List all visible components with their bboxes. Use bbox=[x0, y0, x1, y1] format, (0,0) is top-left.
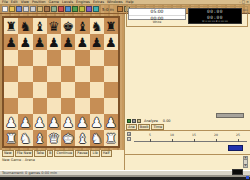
tick-label: 10 bbox=[170, 134, 174, 138]
level-label: 5:0 m bbox=[102, 7, 114, 12]
tick-mark bbox=[150, 139, 151, 142]
scroll-up-icon[interactable]: ▲ bbox=[244, 157, 247, 160]
square-h5[interactable] bbox=[104, 66, 118, 82]
button-take[interactable]: Take bbox=[34, 150, 46, 157]
square-d7[interactable]: ♟ bbox=[47, 34, 61, 50]
white-pawn: ♟ bbox=[5, 116, 17, 129]
menu-extras[interactable]: Extras bbox=[93, 0, 104, 4]
square-h6[interactable] bbox=[104, 50, 118, 66]
square-e3[interactable] bbox=[61, 98, 75, 114]
splitter-handle[interactable] bbox=[216, 113, 244, 118]
square-b4[interactable] bbox=[18, 82, 32, 98]
white-pawn: ♟ bbox=[77, 116, 89, 129]
black-knight: ♞ bbox=[20, 20, 32, 33]
white-rook: ♜ bbox=[5, 132, 17, 145]
graph-zoom-in-button[interactable]: + bbox=[127, 132, 131, 136]
black-pawn: ♟ bbox=[91, 36, 103, 49]
square-e5[interactable] bbox=[61, 66, 75, 82]
engine-stop-icon[interactable] bbox=[132, 119, 136, 123]
square-b3[interactable] bbox=[18, 98, 32, 114]
square-a7[interactable]: ♟ bbox=[4, 34, 18, 50]
square-d1[interactable]: ♛ bbox=[47, 130, 61, 146]
black-rook: ♜ bbox=[5, 20, 17, 33]
black-pawn: ♟ bbox=[48, 36, 60, 49]
square-d4[interactable] bbox=[47, 82, 61, 98]
menu-game[interactable]: Game bbox=[49, 0, 59, 4]
white-bishop: ♝ bbox=[77, 132, 89, 145]
square-f2[interactable]: ♟ bbox=[75, 114, 89, 130]
black-pawn: ♟ bbox=[77, 36, 89, 49]
square-e2[interactable]: ♟ bbox=[61, 114, 75, 130]
square-g6[interactable] bbox=[90, 50, 104, 66]
square-f5[interactable] bbox=[75, 66, 89, 82]
square-g1[interactable]: ♞ bbox=[90, 130, 104, 146]
clock-side-notes: Edit timeArena bbox=[243, 9, 249, 15]
board-frame: ♜♞♝♛♚♝♞♜♟♟♟♟♟♟♟♟♟♟♟♟♟♟♟♟♜♞♝♛♚♝♞♜ bbox=[2, 16, 120, 148]
move-now-icon[interactable] bbox=[58, 6, 64, 12]
tick-label: 15 bbox=[192, 134, 196, 138]
white-pawn: ♟ bbox=[105, 116, 117, 129]
square-e7[interactable]: ♟ bbox=[61, 34, 75, 50]
white-bishop: ♝ bbox=[34, 132, 46, 145]
tick-mark bbox=[238, 139, 239, 142]
square-d2[interactable]: ♟ bbox=[47, 114, 61, 130]
square-g7[interactable]: ♟ bbox=[90, 34, 104, 50]
black-pawn: ♟ bbox=[105, 36, 117, 49]
white-pawn: ♟ bbox=[62, 116, 74, 129]
square-h8[interactable]: ♜ bbox=[104, 18, 118, 34]
square-h1[interactable]: ♜ bbox=[104, 130, 118, 146]
engines-icon[interactable] bbox=[86, 6, 92, 12]
maximize-button[interactable]: □ bbox=[242, 0, 245, 4]
black-pawn: ♟ bbox=[34, 36, 46, 49]
scroll-down-icon[interactable]: ▼ bbox=[244, 164, 247, 167]
square-f8[interactable]: ♝ bbox=[75, 18, 89, 34]
black-pawn: ♟ bbox=[20, 36, 32, 49]
square-b6[interactable] bbox=[18, 50, 32, 66]
black-queen: ♛ bbox=[48, 20, 60, 33]
square-a5[interactable] bbox=[4, 66, 18, 82]
button-b[interactable]: B bbox=[47, 150, 53, 157]
black-clock: 00:00 00:00 W 0:00:00 B 0:00:00 bbox=[188, 8, 242, 24]
new-game-icon[interactable] bbox=[2, 6, 8, 12]
black-pawn: ♟ bbox=[5, 36, 17, 49]
square-b1[interactable]: ♞ bbox=[18, 130, 32, 146]
status-blue-indicator bbox=[246, 176, 249, 179]
square-d5[interactable] bbox=[47, 66, 61, 82]
button-file-new[interactable]: File New bbox=[15, 150, 34, 157]
white-king: ♚ bbox=[62, 132, 74, 145]
tick-label: 5 bbox=[149, 134, 151, 138]
engine-scrollbar[interactable]: ▲ ▼ bbox=[243, 156, 248, 168]
pause-icon[interactable] bbox=[79, 6, 85, 12]
white-pawn: ♟ bbox=[91, 116, 103, 129]
square-e4[interactable] bbox=[61, 82, 75, 98]
square-b2[interactable]: ♟ bbox=[18, 114, 32, 130]
button-pause[interactable]: Pause bbox=[75, 150, 89, 157]
menu-file[interactable]: File bbox=[2, 0, 8, 4]
square-b8[interactable]: ♞ bbox=[18, 18, 32, 34]
menu-levels[interactable]: Levels bbox=[62, 0, 73, 4]
menu-engines[interactable]: Engines bbox=[76, 0, 90, 4]
square-e8[interactable]: ♚ bbox=[61, 18, 75, 34]
square-a8[interactable]: ♜ bbox=[4, 18, 18, 34]
square-g8[interactable]: ♞ bbox=[90, 18, 104, 34]
square-f6[interactable] bbox=[75, 50, 89, 66]
square-e1[interactable]: ♚ bbox=[61, 130, 75, 146]
setup-position-icon[interactable] bbox=[51, 6, 57, 12]
chess-gui-window: FileEditViewPositionGameLevelsEnginesExt… bbox=[0, 0, 250, 180]
square-c4[interactable] bbox=[33, 82, 47, 98]
board-button-bar: NewFile NewTakeBContinuePauseLibHalf bbox=[2, 150, 112, 157]
menu-windows[interactable]: Windows bbox=[107, 0, 123, 4]
analyze-icon[interactable] bbox=[93, 6, 99, 12]
tick-mark bbox=[172, 139, 173, 142]
square-d3[interactable] bbox=[47, 98, 61, 114]
tick-label: 20 bbox=[214, 134, 218, 138]
square-d6[interactable] bbox=[47, 50, 61, 66]
square-c5[interactable] bbox=[33, 66, 47, 82]
menu-help[interactable]: Help bbox=[126, 0, 134, 4]
copy-icon[interactable] bbox=[30, 6, 36, 12]
white-clock-caption: White bbox=[128, 21, 186, 25]
engine-panel-divider bbox=[125, 154, 250, 155]
progress-block bbox=[228, 145, 243, 151]
square-c2[interactable]: ♟ bbox=[33, 114, 47, 130]
engine-start-icon[interactable] bbox=[127, 119, 131, 123]
square-f4[interactable] bbox=[75, 82, 89, 98]
white-pawn: ♟ bbox=[20, 116, 32, 129]
square-h3[interactable] bbox=[104, 98, 118, 114]
tick-label: 25 bbox=[236, 134, 240, 138]
menu-position[interactable]: Position bbox=[32, 0, 46, 4]
white-knight: ♞ bbox=[91, 132, 103, 145]
game-header-line: New Game - Arena bbox=[2, 158, 35, 162]
levels-icon[interactable] bbox=[117, 6, 123, 12]
white-rook: ♜ bbox=[105, 132, 117, 145]
square-c7[interactable]: ♟ bbox=[33, 34, 47, 50]
square-b5[interactable] bbox=[18, 66, 32, 82]
square-h2[interactable]: ♟ bbox=[104, 114, 118, 130]
square-h4[interactable] bbox=[104, 82, 118, 98]
square-g3[interactable] bbox=[90, 98, 104, 114]
open-icon[interactable] bbox=[9, 6, 15, 12]
flip-board-icon[interactable] bbox=[44, 6, 50, 12]
side-note: Arena bbox=[243, 12, 249, 15]
square-g2[interactable]: ♟ bbox=[90, 114, 104, 130]
graph-zoom-out-button[interactable]: - bbox=[127, 137, 131, 141]
black-rook: ♜ bbox=[105, 20, 117, 33]
square-c6[interactable] bbox=[33, 50, 47, 66]
menu-items: FileEditViewPositionGameLevelsEnginesExt… bbox=[2, 0, 134, 4]
black-knight: ♞ bbox=[91, 20, 103, 33]
square-a4[interactable] bbox=[4, 82, 18, 98]
print-icon[interactable] bbox=[23, 6, 29, 12]
save-icon[interactable] bbox=[16, 6, 22, 12]
square-a2[interactable]: ♟ bbox=[4, 114, 18, 130]
black-pawn: ♟ bbox=[62, 36, 74, 49]
takeback-icon[interactable] bbox=[65, 6, 71, 12]
black-clock-caption: W 0:00:00 B 0:00:00 bbox=[189, 20, 241, 24]
paste-icon[interactable] bbox=[37, 6, 43, 12]
square-f7[interactable]: ♟ bbox=[75, 34, 89, 50]
engine-eval: 0.00 bbox=[163, 119, 171, 123]
tick-mark bbox=[216, 139, 217, 142]
button-half[interactable]: Half bbox=[101, 150, 112, 157]
square-f1[interactable]: ♝ bbox=[75, 130, 89, 146]
square-b7[interactable]: ♟ bbox=[18, 34, 32, 50]
square-a3[interactable] bbox=[4, 98, 18, 114]
square-e6[interactable] bbox=[61, 50, 75, 66]
white-knight: ♞ bbox=[20, 132, 32, 145]
square-h7[interactable]: ♟ bbox=[104, 34, 118, 50]
square-f3[interactable] bbox=[75, 98, 89, 114]
black-bishop: ♝ bbox=[34, 20, 46, 33]
square-a6[interactable] bbox=[4, 50, 18, 66]
black-king: ♚ bbox=[62, 20, 74, 33]
white-pawn: ♟ bbox=[48, 116, 60, 129]
white-clock: 05:00 00:00 bbox=[128, 8, 186, 20]
menu-edit[interactable]: Edit bbox=[11, 0, 18, 4]
white-queen: ♛ bbox=[48, 132, 60, 145]
move-list-panel[interactable] bbox=[125, 28, 250, 117]
continue-icon[interactable] bbox=[72, 6, 78, 12]
minimize-button[interactable]: – bbox=[239, 0, 241, 4]
square-g4[interactable] bbox=[90, 82, 104, 98]
white-pawn: ♟ bbox=[34, 116, 46, 129]
status-black-indicator bbox=[232, 169, 243, 175]
chess-board: ♜♞♝♛♚♝♞♜♟♟♟♟♟♟♟♟♟♟♟♟♟♟♟♟♜♞♝♛♚♝♞♜ bbox=[4, 18, 118, 146]
square-c1[interactable]: ♝ bbox=[33, 130, 47, 146]
board-panel: ♜♞♝♛♚♝♞♜♟♟♟♟♟♟♟♟♟♟♟♟♟♟♟♟♜♞♝♛♚♝♞♜ bbox=[0, 14, 124, 150]
engine-book-icon[interactable] bbox=[137, 119, 141, 123]
button-continue[interactable]: Continue bbox=[54, 150, 74, 157]
button-new[interactable]: New bbox=[2, 150, 14, 157]
square-g5[interactable] bbox=[90, 66, 104, 82]
square-a1[interactable]: ♜ bbox=[4, 130, 18, 146]
engine-label: Analyze bbox=[144, 119, 158, 123]
black-bishop: ♝ bbox=[77, 20, 89, 33]
button-lib[interactable]: Lib bbox=[90, 150, 99, 157]
window-controls: –□× bbox=[239, 0, 249, 4]
square-d8[interactable]: ♛ bbox=[47, 18, 61, 34]
tick-mark bbox=[194, 139, 195, 142]
close-button[interactable]: × bbox=[246, 0, 249, 4]
square-c8[interactable]: ♝ bbox=[33, 18, 47, 34]
square-c3[interactable] bbox=[33, 98, 47, 114]
menu-view[interactable]: View bbox=[21, 0, 29, 4]
bottom-strip bbox=[0, 177, 250, 180]
